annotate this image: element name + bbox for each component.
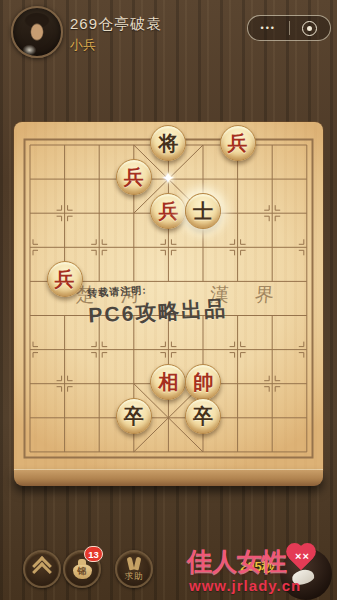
piece-glyph: 相 [158,372,178,392]
player-avatar[interactable] [11,6,63,58]
piece-glyph: 兵 [228,133,248,153]
piece-red-相[interactable]: 相 [150,364,186,400]
player-rank-label: 小兵 [70,36,96,54]
corner-watermark-brand: 佳人女性 [187,545,287,578]
exit-button[interactable] [290,16,331,40]
board-edge [14,470,323,486]
piece-red-兵[interactable]: 兵 [116,159,152,195]
praying-hands-icon [126,557,142,570]
piece-glyph: 兵 [158,201,178,221]
more-button[interactable]: ••• [248,16,289,40]
piece-red-帥[interactable]: 帥 [185,364,221,400]
expand-button[interactable] [23,550,61,588]
piece-glyph: 兵 [55,269,75,289]
piece-red-兵[interactable]: 兵 [220,125,256,161]
piece-glyph: 帥 [193,372,213,392]
piece-glyph: 兵 [124,167,144,187]
bag-count-badge: 13 [84,546,103,562]
piece-glyph: 卒 [193,406,213,426]
piece-glyph: 将 [158,133,178,153]
help-label: 求助 [125,571,144,583]
miniprogram-capsule: ••• [247,15,331,41]
last-move-star: ✦ [157,167,179,189]
help-button[interactable]: 求助 [115,550,153,588]
more-icon: ••• [261,24,276,33]
center-watermark: 转载请注明: PC6攻略出品 [87,279,228,329]
piece-black-卒[interactable]: 卒 [116,398,152,434]
capsule-exit-icon [302,21,317,36]
piece-black-士[interactable]: 士 [185,193,221,229]
level-title: 269仓亭破袁 [70,15,162,34]
heart-icon: ×× [291,544,325,574]
piece-black-卒[interactable]: 卒 [185,398,221,434]
corner-watermark-url: www.jrlady.cn [189,577,301,594]
piece-glyph: 卒 [124,406,144,426]
money-bag-icon: 锦 [72,559,92,579]
piece-red-兵[interactable]: 兵 [47,261,83,297]
piece-glyph: 士 [193,201,213,221]
